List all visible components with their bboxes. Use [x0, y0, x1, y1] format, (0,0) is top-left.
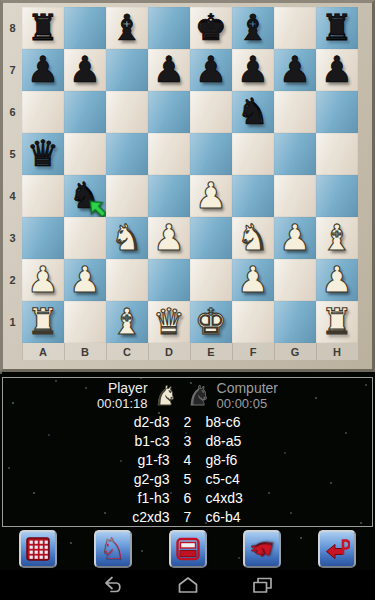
undo-move-button[interactable] [318, 530, 356, 568]
white-king-e1[interactable]: ♚ [190, 301, 232, 343]
player-time: 00:01:18 [97, 396, 148, 411]
square-c7[interactable] [106, 49, 148, 91]
move-row: c2xd3 7 c6-b4 [3, 508, 372, 527]
white-rook-a1[interactable]: ♜ [22, 301, 64, 343]
board-corner [3, 343, 22, 360]
file-label-f: F [232, 343, 274, 360]
undo-arrow-p-icon [324, 537, 350, 562]
square-c6[interactable] [106, 91, 148, 133]
square-d1[interactable]: ♛ [148, 301, 190, 343]
black-bishop-f8[interactable]: ♝ [232, 7, 274, 49]
android-navbar [0, 570, 375, 600]
white-move: d2-d3 [3, 413, 170, 432]
computer-clock: Computer 00:00:05 [217, 381, 278, 411]
chess-board: 8♜♝♚♝♜7♟♟♟♟♟♟♟6♞5♛4♞♟3♞♟♞♟♝2♟♟♟♟1♜♝♛♚♜AB… [0, 0, 375, 372]
square-g8[interactable] [274, 7, 316, 49]
clock-row: Player 00:01:18 ♞ ♞ Computer 00:00:05 [3, 378, 372, 411]
black-pawn-f7[interactable]: ♟ [232, 49, 274, 91]
black-bishop-c8[interactable]: ♝ [106, 7, 148, 49]
square-b8[interactable] [64, 7, 106, 49]
black-queen-a5[interactable]: ♛ [22, 133, 64, 175]
move-number: 4 [170, 451, 206, 470]
rank-label-7: 7 [3, 49, 22, 91]
recents-icon[interactable] [250, 575, 276, 595]
computer-time: 00:00:05 [217, 396, 268, 411]
rank-label-4: 4 [3, 175, 22, 217]
rank-label-1: 1 [3, 301, 22, 343]
move-row: d2-d3 2 b8-c6 [3, 413, 372, 432]
black-move: b8-c6 [206, 413, 373, 432]
square-f4[interactable] [232, 175, 274, 217]
square-c5[interactable] [106, 133, 148, 175]
white-rook-h1[interactable]: ♜ [316, 301, 358, 343]
black-pawn-a7[interactable]: ♟ [22, 49, 64, 91]
move-number: 3 [170, 432, 206, 451]
white-pawn-h2[interactable]: ♟ [316, 259, 358, 301]
square-c1[interactable]: ♝ [106, 301, 148, 343]
white-pawn-d3[interactable]: ♟ [148, 217, 190, 259]
file-label-e: E [190, 343, 232, 360]
computer-name: Computer [217, 381, 278, 396]
knight-icon: ♘ [99, 534, 126, 564]
move-number: 5 [170, 470, 206, 489]
black-knight-b4[interactable]: ♞ [64, 175, 106, 217]
square-g1[interactable] [274, 301, 316, 343]
fallen-knight-icon: ♞ [245, 533, 277, 563]
square-b2[interactable]: ♟ [64, 259, 106, 301]
black-move: c4xd3 [206, 489, 373, 508]
rank-label-5: 5 [3, 133, 22, 175]
square-e1[interactable]: ♚ [190, 301, 232, 343]
square-f8[interactable]: ♝ [232, 7, 274, 49]
white-knight-icon: ♞ [151, 381, 181, 411]
move-panel: Player 00:01:18 ♞ ♞ Computer 00:00:05 d2… [2, 377, 373, 527]
square-f3[interactable]: ♞ [232, 217, 274, 259]
new-game-button[interactable] [19, 530, 57, 568]
square-a7[interactable]: ♟ [22, 49, 64, 91]
black-pawn-d7[interactable]: ♟ [148, 49, 190, 91]
square-g3[interactable]: ♟ [274, 217, 316, 259]
square-h5[interactable] [316, 133, 358, 175]
square-a3[interactable] [22, 217, 64, 259]
home-icon[interactable] [175, 575, 201, 595]
move-row: g2-g3 5 c5-c4 [3, 470, 372, 489]
square-h4[interactable] [316, 175, 358, 217]
square-d7[interactable]: ♟ [148, 49, 190, 91]
white-move: g2-g3 [3, 470, 170, 489]
square-c3[interactable]: ♞ [106, 217, 148, 259]
move-number: 2 [170, 413, 206, 432]
white-knight-f3[interactable]: ♞ [232, 217, 274, 259]
toolbar: ♘ ♞ [0, 530, 375, 568]
move-row: g1-f3 4 g8-f6 [3, 451, 372, 470]
rank-label-8: 8 [3, 7, 22, 49]
move-list: d2-d3 2 b8-c6 b1-c3 3 d8-a5 g1-f3 4 g8-f… [3, 413, 372, 527]
rank-label-2: 2 [3, 259, 22, 301]
black-pawn-b7[interactable]: ♟ [64, 49, 106, 91]
square-e2[interactable] [190, 259, 232, 301]
white-bishop-c1[interactable]: ♝ [106, 301, 148, 343]
square-a5[interactable]: ♛ [22, 133, 64, 175]
move-row: b1-c3 3 d8-a5 [3, 432, 372, 451]
black-pawn-h7[interactable]: ♟ [316, 49, 358, 91]
square-e8[interactable]: ♚ [190, 7, 232, 49]
square-a8[interactable]: ♜ [22, 7, 64, 49]
player-clock: Player 00:01:18 [97, 381, 148, 411]
square-d2[interactable] [148, 259, 190, 301]
rank-label-6: 6 [3, 91, 22, 133]
file-label-g: G [274, 343, 316, 360]
white-move: g1-f3 [3, 451, 170, 470]
grid-icon [25, 536, 51, 562]
lower-panel: Player 00:01:18 ♞ ♞ Computer 00:00:05 d2… [0, 372, 375, 570]
black-rook-a8[interactable]: ♜ [22, 7, 64, 49]
white-pawn-b2[interactable]: ♟ [64, 259, 106, 301]
black-move: d8-a5 [206, 432, 373, 451]
move-number: 7 [170, 508, 206, 527]
square-a6[interactable] [22, 91, 64, 133]
layout-button[interactable] [169, 530, 207, 568]
file-label-h: H [316, 343, 358, 360]
square-g5[interactable] [274, 133, 316, 175]
square-d5[interactable] [148, 133, 190, 175]
square-f1[interactable] [232, 301, 274, 343]
square-h3[interactable]: ♝ [316, 217, 358, 259]
square-h8[interactable]: ♜ [316, 7, 358, 49]
square-c8[interactable]: ♝ [106, 7, 148, 49]
white-bishop-h3[interactable]: ♝ [316, 217, 358, 259]
move-number: 6 [170, 489, 206, 508]
back-icon[interactable] [100, 575, 126, 595]
player-name: Player [108, 381, 148, 396]
board-grid: 8♜♝♚♝♜7♟♟♟♟♟♟♟6♞5♛4♞♟3♞♟♞♟♝2♟♟♟♟1♜♝♛♚♜AB… [3, 7, 358, 360]
square-f2[interactable]: ♟ [232, 259, 274, 301]
black-king-e8[interactable]: ♚ [190, 7, 232, 49]
square-e6[interactable] [190, 91, 232, 133]
square-h1[interactable]: ♜ [316, 301, 358, 343]
square-a2[interactable]: ♟ [22, 259, 64, 301]
black-pawn-e7[interactable]: ♟ [190, 49, 232, 91]
square-f5[interactable] [232, 133, 274, 175]
square-c2[interactable] [106, 259, 148, 301]
white-pawn-e4[interactable]: ♟ [190, 175, 232, 217]
black-knight-f6[interactable]: ♞ [232, 91, 274, 133]
square-g2[interactable] [274, 259, 316, 301]
square-e4[interactable]: ♟ [190, 175, 232, 217]
square-e7[interactable]: ♟ [190, 49, 232, 91]
white-pawn-g3[interactable]: ♟ [274, 217, 316, 259]
file-label-d: D [148, 343, 190, 360]
square-g6[interactable] [274, 91, 316, 133]
pieces-button[interactable]: ♘ [94, 530, 132, 568]
resign-button[interactable]: ♞ [243, 530, 281, 568]
rank-label-3: 3 [3, 217, 22, 259]
square-c4[interactable] [106, 175, 148, 217]
square-e5[interactable] [190, 133, 232, 175]
file-label-c: C [106, 343, 148, 360]
square-b5[interactable] [64, 133, 106, 175]
square-b4[interactable]: ♞ [64, 175, 106, 217]
square-d6[interactable] [148, 91, 190, 133]
square-d8[interactable] [148, 7, 190, 49]
black-move: c5-c4 [206, 470, 373, 489]
white-pawn-a2[interactable]: ♟ [22, 259, 64, 301]
black-rook-h8[interactable]: ♜ [316, 7, 358, 49]
black-move: c6-b4 [206, 508, 373, 527]
white-pawn-f2[interactable]: ♟ [232, 259, 274, 301]
white-move: f1-h3 [3, 489, 170, 508]
black-knight-icon: ♞ [184, 381, 214, 411]
split-panel-icon [175, 536, 201, 562]
square-a1[interactable]: ♜ [22, 301, 64, 343]
square-d4[interactable] [148, 175, 190, 217]
square-f7[interactable]: ♟ [232, 49, 274, 91]
square-h2[interactable]: ♟ [316, 259, 358, 301]
square-a4[interactable] [22, 175, 64, 217]
square-b7[interactable]: ♟ [64, 49, 106, 91]
file-label-a: A [22, 343, 64, 360]
white-move: b1-c3 [3, 432, 170, 451]
square-g4[interactable] [274, 175, 316, 217]
black-pawn-g7[interactable]: ♟ [274, 49, 316, 91]
white-knight-c3[interactable]: ♞ [106, 217, 148, 259]
square-h6[interactable] [316, 91, 358, 133]
square-d3[interactable]: ♟ [148, 217, 190, 259]
square-h7[interactable]: ♟ [316, 49, 358, 91]
white-queen-d1[interactable]: ♛ [148, 301, 190, 343]
white-move: c2xd3 [3, 508, 170, 527]
file-label-b: B [64, 343, 106, 360]
square-b3[interactable] [64, 217, 106, 259]
black-move: g8-f6 [206, 451, 373, 470]
square-g7[interactable]: ♟ [274, 49, 316, 91]
square-b1[interactable] [64, 301, 106, 343]
square-f6[interactable]: ♞ [232, 91, 274, 133]
square-b6[interactable] [64, 91, 106, 133]
square-e3[interactable] [190, 217, 232, 259]
move-row: f1-h3 6 c4xd3 [3, 489, 372, 508]
